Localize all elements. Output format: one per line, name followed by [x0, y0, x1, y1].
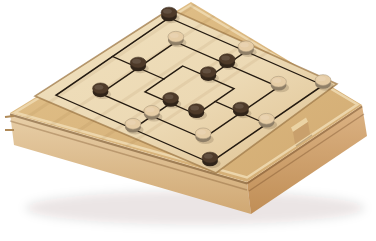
piece-sheen	[204, 154, 213, 159]
piece-sheen	[317, 76, 326, 81]
piece-sheen	[95, 85, 104, 90]
piece-sheen	[273, 78, 282, 83]
piece-sheen	[240, 43, 249, 48]
piece-sheen	[146, 107, 155, 112]
piece-sheen	[190, 106, 199, 111]
piece-dark-a7	[161, 7, 180, 23]
piece-sheen	[261, 115, 270, 120]
morris-board-photo	[0, 0, 376, 241]
box-left-corner-notch	[5, 116, 14, 117]
photo-scene	[0, 0, 376, 241]
piece-sheen	[197, 130, 206, 135]
piece-light-g7	[315, 75, 333, 91]
piece-sheen	[127, 120, 136, 125]
piece-sheen	[170, 33, 179, 38]
piece-sheen	[165, 94, 174, 99]
piece-sheen	[202, 68, 211, 73]
piece-sheen	[235, 104, 244, 109]
piece-sheen	[132, 59, 141, 64]
piece-sheen	[221, 56, 230, 61]
piece-sheen	[163, 9, 172, 14]
